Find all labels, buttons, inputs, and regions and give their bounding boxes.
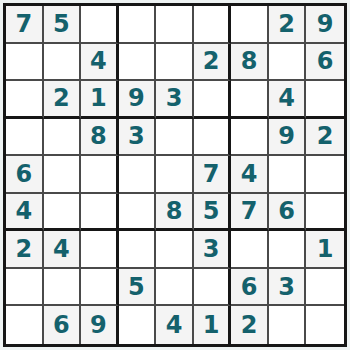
cell-r8c4[interactable]: 5 bbox=[119, 269, 157, 307]
cell-r7c5[interactable] bbox=[156, 231, 194, 269]
cell-r1c3[interactable] bbox=[81, 6, 119, 44]
cell-r6c6[interactable]: 5 bbox=[194, 194, 232, 232]
cell-r5c4[interactable] bbox=[119, 156, 157, 194]
cell-r3c5[interactable]: 3 bbox=[156, 81, 194, 119]
sudoku-board: 7529428621934839267448576243156369412 bbox=[3, 3, 347, 347]
cell-r7c4[interactable] bbox=[119, 231, 157, 269]
cell-r2c9[interactable]: 6 bbox=[306, 44, 344, 82]
cell-r2c7[interactable]: 8 bbox=[231, 44, 269, 82]
cell-r5c5[interactable] bbox=[156, 156, 194, 194]
cell-r3c8[interactable]: 4 bbox=[269, 81, 307, 119]
cell-r5c1[interactable]: 6 bbox=[6, 156, 44, 194]
cell-r9c6[interactable]: 1 bbox=[194, 306, 232, 344]
cell-r1c4[interactable] bbox=[119, 6, 157, 44]
cell-r8c5[interactable] bbox=[156, 269, 194, 307]
cell-r8c7[interactable]: 6 bbox=[231, 269, 269, 307]
cell-r9c8[interactable] bbox=[269, 306, 307, 344]
cell-r1c5[interactable] bbox=[156, 6, 194, 44]
cell-r7c8[interactable] bbox=[269, 231, 307, 269]
cell-r6c5[interactable]: 8 bbox=[156, 194, 194, 232]
cell-r5c8[interactable] bbox=[269, 156, 307, 194]
cell-r5c9[interactable] bbox=[306, 156, 344, 194]
cell-r5c6[interactable]: 7 bbox=[194, 156, 232, 194]
cell-r5c3[interactable] bbox=[81, 156, 119, 194]
cell-r1c1[interactable]: 7 bbox=[6, 6, 44, 44]
cell-r7c1[interactable]: 2 bbox=[6, 231, 44, 269]
cell-r9c2[interactable]: 6 bbox=[44, 306, 82, 344]
cell-r8c2[interactable] bbox=[44, 269, 82, 307]
cell-r6c8[interactable]: 6 bbox=[269, 194, 307, 232]
cell-r7c6[interactable]: 3 bbox=[194, 231, 232, 269]
cell-r9c3[interactable]: 9 bbox=[81, 306, 119, 344]
cell-r7c7[interactable] bbox=[231, 231, 269, 269]
cell-r8c1[interactable] bbox=[6, 269, 44, 307]
cell-r9c4[interactable] bbox=[119, 306, 157, 344]
cell-r2c3[interactable]: 4 bbox=[81, 44, 119, 82]
cell-r8c3[interactable] bbox=[81, 269, 119, 307]
cell-r1c6[interactable] bbox=[194, 6, 232, 44]
cell-r5c2[interactable] bbox=[44, 156, 82, 194]
cell-r9c7[interactable]: 2 bbox=[231, 306, 269, 344]
cell-r9c5[interactable]: 4 bbox=[156, 306, 194, 344]
cell-r4c9[interactable]: 2 bbox=[306, 119, 344, 157]
cell-r6c4[interactable] bbox=[119, 194, 157, 232]
cell-r4c5[interactable] bbox=[156, 119, 194, 157]
cell-r3c7[interactable] bbox=[231, 81, 269, 119]
cell-r4c3[interactable]: 8 bbox=[81, 119, 119, 157]
cell-r2c2[interactable] bbox=[44, 44, 82, 82]
cell-r4c6[interactable] bbox=[194, 119, 232, 157]
cell-r4c8[interactable]: 9 bbox=[269, 119, 307, 157]
cell-r1c7[interactable] bbox=[231, 6, 269, 44]
cell-r3c4[interactable]: 9 bbox=[119, 81, 157, 119]
cell-r3c3[interactable]: 1 bbox=[81, 81, 119, 119]
cell-r9c9[interactable] bbox=[306, 306, 344, 344]
cell-r6c2[interactable] bbox=[44, 194, 82, 232]
cell-r4c4[interactable]: 3 bbox=[119, 119, 157, 157]
cell-r3c6[interactable] bbox=[194, 81, 232, 119]
cell-r8c8[interactable]: 3 bbox=[269, 269, 307, 307]
cell-r1c2[interactable]: 5 bbox=[44, 6, 82, 44]
cell-r9c1[interactable] bbox=[6, 306, 44, 344]
cell-r7c2[interactable]: 4 bbox=[44, 231, 82, 269]
cell-r7c3[interactable] bbox=[81, 231, 119, 269]
cell-r6c9[interactable] bbox=[306, 194, 344, 232]
cell-r4c2[interactable] bbox=[44, 119, 82, 157]
cell-r7c9[interactable]: 1 bbox=[306, 231, 344, 269]
cell-r8c9[interactable] bbox=[306, 269, 344, 307]
cell-r3c2[interactable]: 2 bbox=[44, 81, 82, 119]
cell-r4c7[interactable] bbox=[231, 119, 269, 157]
cell-r6c1[interactable]: 4 bbox=[6, 194, 44, 232]
cell-r8c6[interactable] bbox=[194, 269, 232, 307]
cell-r2c5[interactable] bbox=[156, 44, 194, 82]
cell-r4c1[interactable] bbox=[6, 119, 44, 157]
cell-r1c9[interactable]: 9 bbox=[306, 6, 344, 44]
cell-r6c7[interactable]: 7 bbox=[231, 194, 269, 232]
cell-r2c6[interactable]: 2 bbox=[194, 44, 232, 82]
cell-r2c8[interactable] bbox=[269, 44, 307, 82]
cell-r2c1[interactable] bbox=[6, 44, 44, 82]
cell-r5c7[interactable]: 4 bbox=[231, 156, 269, 194]
cell-r6c3[interactable] bbox=[81, 194, 119, 232]
cell-r2c4[interactable] bbox=[119, 44, 157, 82]
sudoku-grid: 7529428621934839267448576243156369412 bbox=[6, 6, 344, 344]
cell-r3c9[interactable] bbox=[306, 81, 344, 119]
cell-r3c1[interactable] bbox=[6, 81, 44, 119]
cell-r1c8[interactable]: 2 bbox=[269, 6, 307, 44]
